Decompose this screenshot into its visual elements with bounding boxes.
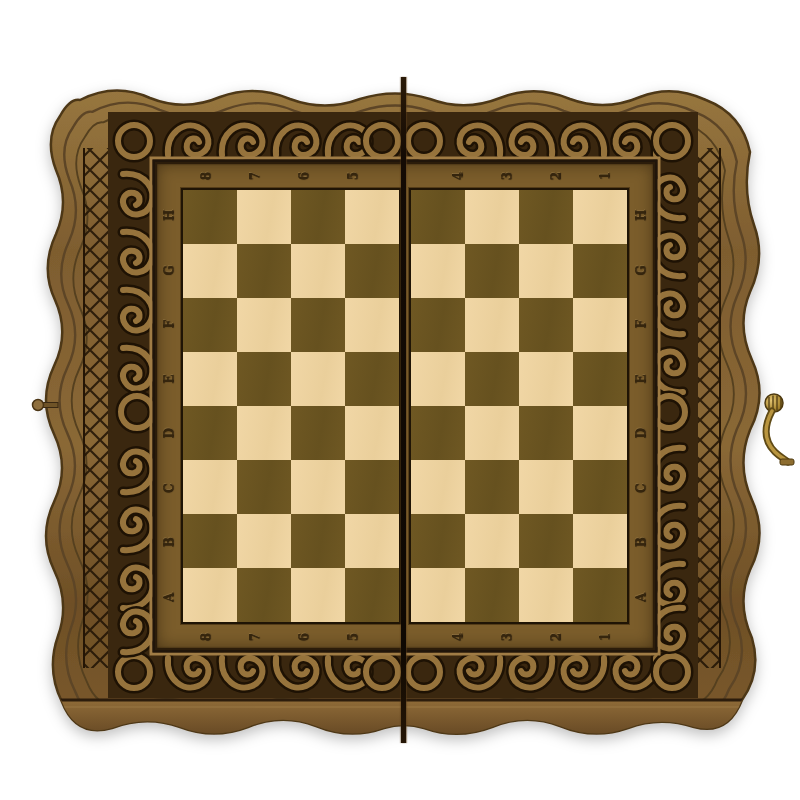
square-a2[interactable] — [519, 568, 573, 622]
square-d3[interactable] — [465, 406, 519, 460]
square-b3[interactable] — [465, 514, 519, 568]
square-b7[interactable] — [237, 514, 291, 568]
square-b6[interactable] — [291, 514, 345, 568]
square-b4[interactable] — [411, 514, 465, 568]
square-f8[interactable] — [183, 298, 237, 352]
square-b1[interactable] — [573, 514, 627, 568]
square-c4[interactable] — [411, 460, 465, 514]
square-a7[interactable] — [237, 568, 291, 622]
square-g6[interactable] — [291, 244, 345, 298]
square-g1[interactable] — [573, 244, 627, 298]
square-e3[interactable] — [465, 352, 519, 406]
square-b8[interactable] — [183, 514, 237, 568]
square-g2[interactable] — [519, 244, 573, 298]
square-h1[interactable] — [573, 190, 627, 244]
square-a5[interactable] — [345, 568, 399, 622]
square-a4[interactable] — [411, 568, 465, 622]
board-half-right — [409, 188, 629, 624]
square-c1[interactable] — [573, 460, 627, 514]
square-c8[interactable] — [183, 460, 237, 514]
square-g4[interactable] — [411, 244, 465, 298]
hinge-seam — [401, 77, 406, 743]
square-g7[interactable] — [237, 244, 291, 298]
square-h8[interactable] — [183, 190, 237, 244]
square-h7[interactable] — [237, 190, 291, 244]
square-f3[interactable] — [465, 298, 519, 352]
lattice-band-left — [84, 148, 112, 668]
square-b5[interactable] — [345, 514, 399, 568]
square-e7[interactable] — [237, 352, 291, 406]
square-d6[interactable] — [291, 406, 345, 460]
square-d2[interactable] — [519, 406, 573, 460]
square-f2[interactable] — [519, 298, 573, 352]
square-e6[interactable] — [291, 352, 345, 406]
square-a8[interactable] — [183, 568, 237, 622]
square-a3[interactable] — [465, 568, 519, 622]
square-a6[interactable] — [291, 568, 345, 622]
square-b2[interactable] — [519, 514, 573, 568]
square-g3[interactable] — [465, 244, 519, 298]
square-f5[interactable] — [345, 298, 399, 352]
square-e5[interactable] — [345, 352, 399, 406]
square-d4[interactable] — [411, 406, 465, 460]
square-g8[interactable] — [183, 244, 237, 298]
square-d8[interactable] — [183, 406, 237, 460]
square-h6[interactable] — [291, 190, 345, 244]
square-c3[interactable] — [465, 460, 519, 514]
square-c5[interactable] — [345, 460, 399, 514]
coords-left-files: HGFEDCBA — [158, 188, 180, 624]
square-c6[interactable] — [291, 460, 345, 514]
square-f7[interactable] — [237, 298, 291, 352]
square-g5[interactable] — [345, 244, 399, 298]
coords-right-files: HGFEDCBA — [630, 188, 652, 624]
square-e1[interactable] — [573, 352, 627, 406]
square-a1[interactable] — [573, 568, 627, 622]
square-e8[interactable] — [183, 352, 237, 406]
square-d1[interactable] — [573, 406, 627, 460]
square-f6[interactable] — [291, 298, 345, 352]
square-h2[interactable] — [519, 190, 573, 244]
square-e2[interactable] — [519, 352, 573, 406]
board-half-left — [181, 188, 401, 624]
square-e4[interactable] — [411, 352, 465, 406]
square-f4[interactable] — [411, 298, 465, 352]
square-f1[interactable] — [573, 298, 627, 352]
square-d5[interactable] — [345, 406, 399, 460]
square-h3[interactable] — [465, 190, 519, 244]
square-c2[interactable] — [519, 460, 573, 514]
square-h5[interactable] — [345, 190, 399, 244]
square-h4[interactable] — [411, 190, 465, 244]
square-d7[interactable] — [237, 406, 291, 460]
brass-latch-right — [765, 394, 794, 465]
product-photo-chess-case: 87654321 87654321 HGFEDCBA HGFEDCBA — [0, 0, 800, 800]
square-c7[interactable] — [237, 460, 291, 514]
